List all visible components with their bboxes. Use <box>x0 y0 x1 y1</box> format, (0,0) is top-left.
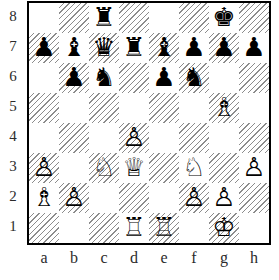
square-d6[interactable] <box>119 63 149 93</box>
square-g8[interactable]: ♚ <box>209 3 239 33</box>
rank-label-2: 2 <box>0 181 26 211</box>
square-b2[interactable]: ♙ <box>59 183 89 213</box>
square-d5[interactable] <box>119 93 149 123</box>
square-b4[interactable] <box>59 123 89 153</box>
rank-label-4: 4 <box>0 121 26 151</box>
rank-label-6: 6 <box>0 61 26 91</box>
square-f2[interactable]: ♙ <box>179 183 209 213</box>
square-g7[interactable]: ♟ <box>209 33 239 63</box>
black-rook-c8: ♜ <box>89 3 119 33</box>
square-a8[interactable] <box>29 3 59 33</box>
black-pawn-g7: ♟ <box>209 33 239 63</box>
rank-label-7: 7 <box>0 31 26 61</box>
square-c3[interactable]: ♘ <box>89 153 119 183</box>
square-h6[interactable] <box>239 63 269 93</box>
square-f6[interactable]: ♞ <box>179 63 209 93</box>
white-bishop-g5: ♗ <box>209 93 239 123</box>
file-label-c: c <box>89 246 119 270</box>
square-a1[interactable] <box>29 213 59 243</box>
square-a6[interactable] <box>29 63 59 93</box>
file-label-e: e <box>149 246 179 270</box>
square-f1[interactable] <box>179 213 209 243</box>
white-knight-c3: ♘ <box>89 153 119 183</box>
square-e7[interactable]: ♝ <box>149 33 179 63</box>
file-label-d: d <box>119 246 149 270</box>
white-pawn-g2: ♙ <box>209 183 239 213</box>
file-label-g: g <box>209 246 239 270</box>
square-c8[interactable]: ♜ <box>89 3 119 33</box>
black-king-g8: ♚ <box>209 3 239 33</box>
square-h7[interactable]: ♟ <box>239 33 269 63</box>
square-g1[interactable]: ♔ <box>209 213 239 243</box>
square-g3[interactable] <box>209 153 239 183</box>
white-king-g1: ♔ <box>209 213 239 243</box>
square-e6[interactable]: ♟ <box>149 63 179 93</box>
square-f4[interactable] <box>179 123 209 153</box>
square-c4[interactable] <box>89 123 119 153</box>
white-pawn-f2: ♙ <box>179 183 209 213</box>
square-c1[interactable] <box>89 213 119 243</box>
square-f7[interactable]: ♟ <box>179 33 209 63</box>
white-pawn-h3: ♙ <box>239 153 269 183</box>
chess-diagram: 87654321 ♜♚♟♝♛♜♝♟♟♟♟♞♟♞♗♙♙♘♕♘♙♗♙♙♙♖♖♔ ab… <box>0 0 279 280</box>
black-pawn-a7: ♟ <box>29 33 59 63</box>
white-pawn-a3: ♙ <box>29 153 59 183</box>
square-g2[interactable]: ♙ <box>209 183 239 213</box>
file-labels: abcdefgh <box>29 246 269 270</box>
rank-label-5: 5 <box>0 91 26 121</box>
square-e8[interactable] <box>149 3 179 33</box>
file-label-h: h <box>239 246 269 270</box>
square-b8[interactable] <box>59 3 89 33</box>
chess-board: ♜♚♟♝♛♜♝♟♟♟♟♞♟♞♗♙♙♘♕♘♙♗♙♙♙♖♖♔ <box>27 1 271 245</box>
square-f3[interactable]: ♘ <box>179 153 209 183</box>
square-c7[interactable]: ♛ <box>89 33 119 63</box>
square-a2[interactable]: ♗ <box>29 183 59 213</box>
square-h5[interactable] <box>239 93 269 123</box>
square-h3[interactable]: ♙ <box>239 153 269 183</box>
square-c2[interactable] <box>89 183 119 213</box>
square-e5[interactable] <box>149 93 179 123</box>
square-f8[interactable] <box>179 3 209 33</box>
black-knight-c6: ♞ <box>89 63 119 93</box>
white-bishop-a2: ♗ <box>29 183 59 213</box>
rank-labels: 87654321 <box>0 1 26 241</box>
white-rook-e1: ♖ <box>149 213 179 243</box>
square-a4[interactable] <box>29 123 59 153</box>
square-d3[interactable]: ♕ <box>119 153 149 183</box>
white-pawn-d4: ♙ <box>119 123 149 153</box>
square-h4[interactable] <box>239 123 269 153</box>
square-g6[interactable] <box>209 63 239 93</box>
square-c6[interactable]: ♞ <box>89 63 119 93</box>
square-b3[interactable] <box>59 153 89 183</box>
square-a5[interactable] <box>29 93 59 123</box>
square-a3[interactable]: ♙ <box>29 153 59 183</box>
black-bishop-b7: ♝ <box>59 33 89 63</box>
square-b5[interactable] <box>59 93 89 123</box>
black-pawn-e6: ♟ <box>149 63 179 93</box>
black-bishop-e7: ♝ <box>149 33 179 63</box>
square-g5[interactable]: ♗ <box>209 93 239 123</box>
square-b1[interactable] <box>59 213 89 243</box>
square-h2[interactable] <box>239 183 269 213</box>
square-f5[interactable] <box>179 93 209 123</box>
square-b6[interactable]: ♟ <box>59 63 89 93</box>
rank-label-3: 3 <box>0 151 26 181</box>
square-c5[interactable] <box>89 93 119 123</box>
rank-label-1: 1 <box>0 211 26 241</box>
black-knight-f6: ♞ <box>179 63 209 93</box>
square-d2[interactable] <box>119 183 149 213</box>
black-rook-d7: ♜ <box>119 33 149 63</box>
square-e1[interactable]: ♖ <box>149 213 179 243</box>
black-pawn-b6: ♟ <box>59 63 89 93</box>
black-queen-c7: ♛ <box>89 33 119 63</box>
square-e2[interactable] <box>149 183 179 213</box>
square-b7[interactable]: ♝ <box>59 33 89 63</box>
file-label-f: f <box>179 246 209 270</box>
square-d7[interactable]: ♜ <box>119 33 149 63</box>
square-g4[interactable] <box>209 123 239 153</box>
white-knight-f3: ♘ <box>179 153 209 183</box>
black-pawn-f7: ♟ <box>179 33 209 63</box>
white-pawn-b2: ♙ <box>59 183 89 213</box>
white-rook-d1: ♖ <box>119 213 149 243</box>
rank-label-8: 8 <box>0 1 26 31</box>
square-d1[interactable]: ♖ <box>119 213 149 243</box>
black-pawn-h7: ♟ <box>239 33 269 63</box>
white-queen-d3: ♕ <box>119 153 149 183</box>
file-label-a: a <box>29 246 59 270</box>
square-e4[interactable] <box>149 123 179 153</box>
square-e3[interactable] <box>149 153 179 183</box>
square-h1[interactable] <box>239 213 269 243</box>
square-a7[interactable]: ♟ <box>29 33 59 63</box>
square-d8[interactable] <box>119 3 149 33</box>
file-label-b: b <box>59 246 89 270</box>
square-d4[interactable]: ♙ <box>119 123 149 153</box>
square-h8[interactable] <box>239 3 269 33</box>
